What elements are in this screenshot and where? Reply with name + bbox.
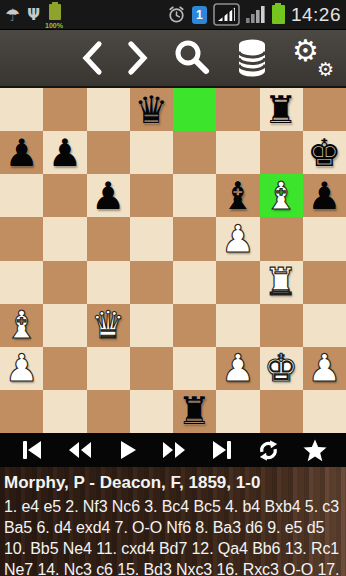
square-h7[interactable]: ♚ <box>303 131 346 174</box>
battery-icon: 100% <box>47 2 63 28</box>
square-g1[interactable] <box>260 390 303 433</box>
clock-time: 14:26 <box>291 4 341 26</box>
square-e5[interactable] <box>173 217 216 260</box>
sync-button[interactable] <box>257 439 280 462</box>
white-bishop: ♝ <box>5 306 39 344</box>
status-left-icons: ☂ Ψ 100% <box>5 2 63 28</box>
rewind-button[interactable] <box>67 439 93 461</box>
square-a7[interactable]: ♟ <box>0 131 43 174</box>
square-f5[interactable]: ♟ <box>216 217 259 260</box>
game-header: Morphy, P - Deacon, F, 1859, 1-0 <box>4 473 342 493</box>
square-e8[interactable] <box>173 88 216 131</box>
chevron-right-icon <box>126 40 150 76</box>
sync-icon <box>257 439 280 462</box>
square-f1[interactable] <box>216 390 259 433</box>
skip-to-end-button[interactable] <box>210 439 234 461</box>
chess-board: ♛♜♟♟♚♟♝♝♟♟♜♝♛♟♟♚♟♜ <box>0 88 346 433</box>
square-e3[interactable] <box>173 304 216 347</box>
square-b4[interactable] <box>43 261 86 304</box>
signal-box-icon <box>213 3 240 26</box>
square-b5[interactable] <box>43 217 86 260</box>
skip-to-start-icon <box>20 439 44 461</box>
alarm-clock-icon <box>167 5 186 24</box>
app-screen: ☂ Ψ 100% 1 <box>0 0 346 576</box>
white-pawn: ♟ <box>5 349 39 387</box>
database-icon <box>234 37 270 79</box>
square-a2[interactable]: ♟ <box>0 347 43 390</box>
square-d6[interactable] <box>130 174 173 217</box>
status-right-icons: 1 14:26 <box>167 3 341 26</box>
black-rook: ♜ <box>178 392 212 430</box>
black-pawn: ♟ <box>5 134 39 172</box>
square-b2[interactable] <box>43 347 86 390</box>
square-f8[interactable] <box>216 88 259 131</box>
square-g5[interactable] <box>260 217 303 260</box>
square-h1[interactable] <box>303 390 346 433</box>
next-game-button[interactable] <box>126 40 150 76</box>
square-h8[interactable] <box>303 88 346 131</box>
game-info-panel: Morphy, P - Deacon, F, 1859, 1-0 1. e4 e… <box>0 467 346 576</box>
chevron-left-icon <box>80 40 104 76</box>
square-f3[interactable] <box>216 304 259 347</box>
white-pawn: ♟ <box>307 349 341 387</box>
square-b7[interactable]: ♟ <box>43 131 86 174</box>
square-e7[interactable] <box>173 131 216 174</box>
square-d7[interactable] <box>130 131 173 174</box>
square-g2[interactable]: ♚ <box>260 347 303 390</box>
signal-bars-icon <box>246 5 266 24</box>
database-button[interactable] <box>234 37 270 79</box>
black-pawn: ♟ <box>91 177 125 215</box>
square-a5[interactable] <box>0 217 43 260</box>
play-icon <box>116 439 138 461</box>
square-f6[interactable]: ♝ <box>216 174 259 217</box>
star-button[interactable] <box>303 439 327 462</box>
black-rook: ♜ <box>264 91 298 129</box>
gear-icon: ⚙ <box>292 36 319 66</box>
square-d5[interactable] <box>130 217 173 260</box>
square-f4[interactable] <box>216 261 259 304</box>
white-rook: ♜ <box>264 263 298 301</box>
square-c7[interactable] <box>87 131 130 174</box>
star-icon <box>303 439 327 462</box>
square-h2[interactable]: ♟ <box>303 347 346 390</box>
square-c4[interactable] <box>87 261 130 304</box>
square-c3[interactable]: ♛ <box>87 304 130 347</box>
play-button[interactable] <box>116 439 138 461</box>
square-g4[interactable]: ♜ <box>260 261 303 304</box>
square-e1[interactable]: ♜ <box>173 390 216 433</box>
square-f7[interactable] <box>216 131 259 174</box>
square-c8[interactable] <box>87 88 130 131</box>
square-b1[interactable] <box>43 390 86 433</box>
square-h6[interactable]: ♟ <box>303 174 346 217</box>
move-list[interactable]: 1. e4 e5 2. Nf3 Nc6 3. Bc4 Bc5 4. b4 Bxb… <box>4 496 342 576</box>
black-pawn: ♟ <box>48 134 82 172</box>
square-a8[interactable] <box>0 88 43 131</box>
square-c5[interactable] <box>87 217 130 260</box>
status-bar: ☂ Ψ 100% 1 <box>0 0 346 30</box>
skip-to-start-button[interactable] <box>20 439 44 461</box>
square-c2[interactable] <box>87 347 130 390</box>
white-queen: ♛ <box>91 306 125 344</box>
square-a6[interactable] <box>0 174 43 217</box>
umbrella-icon: ☂ <box>5 5 20 25</box>
square-h3[interactable] <box>303 304 346 347</box>
fast-forward-icon <box>161 439 187 461</box>
white-pawn: ♟ <box>221 220 255 258</box>
black-pawn: ♟ <box>307 177 341 215</box>
square-d2[interactable] <box>130 347 173 390</box>
white-king: ♚ <box>264 349 298 387</box>
gear-small-icon: ⚙ <box>317 60 334 79</box>
battery-full-icon <box>272 5 285 24</box>
sim1-badge: 1 <box>192 6 207 24</box>
action-toolbar: ⚙ ⚙ <box>0 30 346 88</box>
battery-percent-label: 100% <box>45 22 63 29</box>
square-b6[interactable] <box>43 174 86 217</box>
square-e6[interactable] <box>173 174 216 217</box>
usb-icon: Ψ <box>27 6 40 24</box>
square-a3[interactable]: ♝ <box>0 304 43 347</box>
search-icon <box>172 38 212 78</box>
square-e2[interactable] <box>173 347 216 390</box>
square-c1[interactable] <box>87 390 130 433</box>
square-h4[interactable] <box>303 261 346 304</box>
square-g6[interactable]: ♝ <box>260 174 303 217</box>
rewind-icon <box>67 439 93 461</box>
square-f2[interactable]: ♟ <box>216 347 259 390</box>
square-d4[interactable] <box>130 261 173 304</box>
black-queen: ♛ <box>134 91 168 129</box>
square-g7[interactable] <box>260 131 303 174</box>
square-g8[interactable]: ♜ <box>260 88 303 131</box>
square-g3[interactable] <box>260 304 303 347</box>
previous-game-button[interactable] <box>80 40 104 76</box>
square-d3[interactable] <box>130 304 173 347</box>
square-d1[interactable] <box>130 390 173 433</box>
skip-to-end-icon <box>210 439 234 461</box>
black-bishop: ♝ <box>221 177 255 215</box>
square-b3[interactable] <box>43 304 86 347</box>
square-c6[interactable]: ♟ <box>87 174 130 217</box>
square-e4[interactable] <box>173 261 216 304</box>
search-button[interactable] <box>172 38 212 78</box>
square-a4[interactable] <box>0 261 43 304</box>
settings-button[interactable]: ⚙ ⚙ <box>292 35 334 81</box>
square-b8[interactable] <box>43 88 86 131</box>
square-d8[interactable]: ♛ <box>130 88 173 131</box>
white-pawn: ♟ <box>221 349 255 387</box>
fast-forward-button[interactable] <box>161 439 187 461</box>
square-h5[interactable] <box>303 217 346 260</box>
playback-controls <box>0 433 346 467</box>
white-bishop: ♝ <box>264 177 298 215</box>
black-king: ♚ <box>307 134 341 172</box>
square-a1[interactable] <box>0 390 43 433</box>
